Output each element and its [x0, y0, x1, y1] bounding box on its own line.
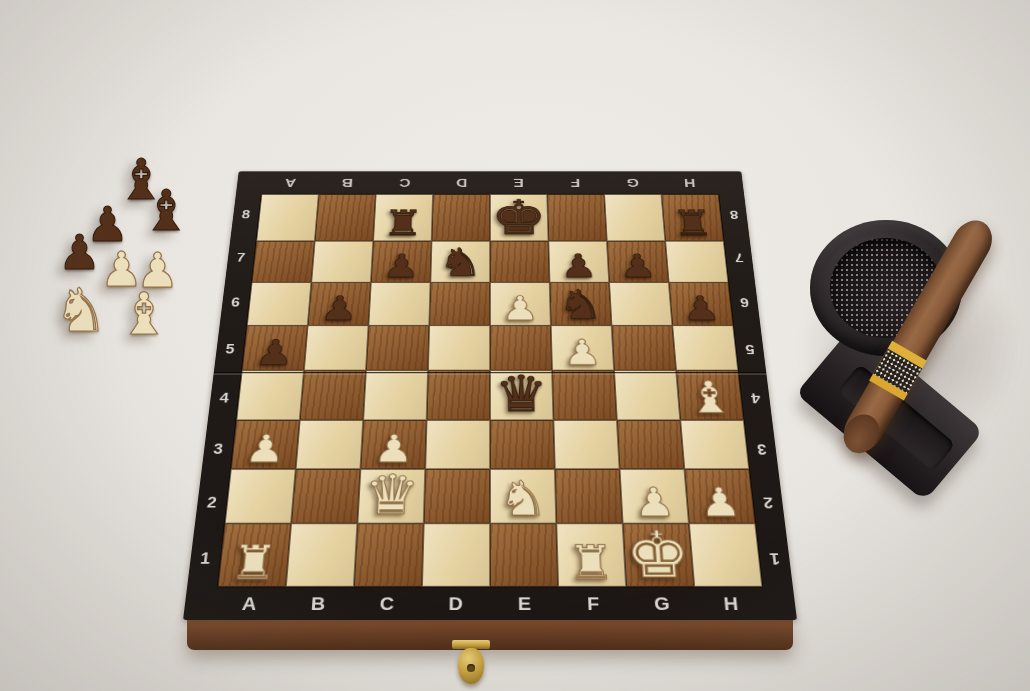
- square-d8: [432, 194, 490, 241]
- white-pawn-h2[interactable]: ♟: [698, 484, 743, 522]
- file-labels-bottom: ABCDEFGH: [213, 588, 767, 620]
- black-queen-e4[interactable]: ♛: [494, 371, 548, 418]
- file-label-top-a: A: [261, 171, 320, 193]
- white-pawn-c3[interactable]: ♟: [373, 431, 415, 467]
- square-f8: [547, 194, 607, 241]
- chess-board: ABCDEFGH ABCDEFGH 87654321 87654321 ♜♚♜♟…: [183, 171, 797, 620]
- board-fold-seam: [213, 372, 766, 375]
- rank-label-right-5: 5: [734, 325, 766, 373]
- square-a2: [225, 469, 296, 523]
- square-h1: [689, 523, 762, 586]
- file-label-top-d: D: [433, 171, 490, 193]
- black-pawn-g7[interactable]: ♟: [618, 251, 657, 282]
- square-c6: [368, 283, 430, 326]
- square-c3: ♟: [360, 420, 426, 469]
- square-h3: [680, 420, 749, 469]
- board-frame: ABCDEFGH ABCDEFGH 87654321 87654321 ♜♚♜♟…: [183, 171, 797, 620]
- square-g6: [609, 283, 672, 326]
- black-knight-d7[interactable]: ♞: [438, 244, 483, 281]
- file-label-top-h: H: [660, 171, 719, 193]
- black-king-e8[interactable]: ♚: [491, 195, 547, 240]
- white-queen-c2[interactable]: ♛: [362, 470, 420, 522]
- square-c7: ♟: [371, 241, 432, 282]
- file-label-bottom-f: F: [558, 588, 628, 620]
- white-pawn-a3[interactable]: ♟: [243, 431, 287, 467]
- square-d2: [424, 469, 490, 523]
- square-e8: ♚: [490, 194, 548, 241]
- square-g7: ♟: [607, 241, 669, 282]
- square-d7: ♞: [430, 241, 490, 282]
- file-label-bottom-a: A: [213, 588, 285, 620]
- square-e6: ♟: [490, 283, 551, 326]
- file-labels-top: ABCDEFGH: [261, 171, 719, 193]
- black-pawn-f7[interactable]: ♟: [560, 251, 598, 282]
- black-rook-h8[interactable]: ♜: [671, 207, 715, 240]
- square-d4: [427, 371, 490, 421]
- square-g3: [617, 420, 685, 469]
- captured-black-bishop[interactable]: ♝: [141, 183, 191, 239]
- square-d6: [429, 283, 490, 326]
- file-label-bottom-h: H: [695, 588, 767, 620]
- square-f1: ♜: [556, 523, 626, 586]
- black-pawn-c7[interactable]: ♟: [382, 251, 420, 282]
- square-h8: ♜: [661, 194, 723, 241]
- square-b6: ♟: [308, 283, 371, 326]
- square-g1: ♚: [623, 523, 695, 586]
- file-label-top-f: F: [547, 171, 605, 193]
- square-g5: [612, 326, 677, 371]
- captured-white-bishop[interactable]: ♝: [118, 285, 170, 343]
- square-e5: [490, 326, 552, 371]
- square-e7: [490, 241, 550, 282]
- square-d5: [428, 326, 490, 371]
- square-a5: ♟: [242, 326, 308, 371]
- captured-white-knight[interactable]: ♞: [54, 280, 108, 340]
- square-g4: [614, 371, 680, 421]
- square-b5: [304, 326, 369, 371]
- brass-clasp: [450, 640, 492, 691]
- square-a8: [256, 194, 318, 241]
- square-c1: [354, 523, 424, 586]
- square-b2: [291, 469, 360, 523]
- square-e2: ♞: [490, 469, 556, 523]
- file-label-top-b: B: [318, 171, 377, 193]
- board-grid: ♜♚♜♟♞♟♟♟♟♞♟♟♟♛♝♟♟♛♞♟♟♜♜♚: [217, 194, 764, 588]
- file-label-top-g: G: [603, 171, 662, 193]
- black-pawn-a5[interactable]: ♟: [254, 336, 296, 369]
- square-a4: [236, 371, 304, 421]
- square-a3: ♟: [231, 420, 300, 469]
- square-b8: [315, 194, 376, 241]
- square-g2: ♟: [620, 469, 689, 523]
- square-h2: ♟: [684, 469, 755, 523]
- file-label-top-c: C: [375, 171, 433, 193]
- square-g8: [604, 194, 665, 241]
- captured-pieces-tray: ♝♝♟♟♟♟♞♝: [0, 0, 220, 380]
- white-pawn-f5[interactable]: ♟: [563, 336, 603, 369]
- white-king-g1[interactable]: ♚: [624, 524, 693, 585]
- square-h5: [672, 326, 738, 371]
- white-pawn-g2[interactable]: ♟: [633, 484, 677, 522]
- square-a1: ♜: [218, 523, 291, 586]
- square-c4: [363, 371, 428, 421]
- black-pawn-h6[interactable]: ♟: [681, 292, 722, 324]
- square-f3: [553, 420, 619, 469]
- square-e4: ♛: [490, 371, 553, 421]
- black-rook-c8[interactable]: ♜: [382, 207, 424, 240]
- rank-label-right-8: 8: [719, 194, 749, 236]
- white-rook-f1[interactable]: ♜: [567, 540, 616, 585]
- file-label-bottom-d: D: [421, 588, 490, 620]
- square-f5: ♟: [551, 326, 614, 371]
- square-e3: [490, 420, 555, 469]
- square-b3: [296, 420, 364, 469]
- white-knight-e2[interactable]: ♞: [498, 476, 548, 522]
- square-c2: ♛: [357, 469, 425, 523]
- white-rook-a1[interactable]: ♜: [228, 540, 280, 585]
- square-c8: ♜: [373, 194, 433, 241]
- white-pawn-e6[interactable]: ♟: [501, 292, 539, 324]
- scene: ♝♝♟♟♟♟♞♝ ABCDEFGH ABCDEFGH 87654321 8765…: [0, 0, 1030, 691]
- square-c5: [366, 326, 429, 371]
- square-b4: [300, 371, 366, 421]
- rank-label-right-3: 3: [745, 423, 779, 475]
- clasp-pendant: [458, 648, 484, 684]
- square-a7: [252, 241, 315, 282]
- black-pawn-b6[interactable]: ♟: [319, 292, 359, 324]
- file-label-bottom-e: E: [490, 588, 559, 620]
- square-b1: [286, 523, 358, 586]
- square-h7: [665, 241, 728, 282]
- rank-label-right-7: 7: [724, 236, 755, 280]
- square-f4: [552, 371, 617, 421]
- file-label-bottom-g: G: [627, 588, 698, 620]
- square-f6: ♞: [550, 283, 612, 326]
- square-e1: [490, 523, 558, 586]
- square-d1: [422, 523, 490, 586]
- square-h4: ♝: [676, 371, 744, 421]
- square-a6: [247, 283, 311, 326]
- square-f2: [555, 469, 623, 523]
- square-f7: ♟: [548, 241, 609, 282]
- file-label-bottom-c: C: [352, 588, 422, 620]
- captured-black-pawn[interactable]: ♟: [58, 228, 101, 276]
- square-b7: [311, 241, 373, 282]
- black-knight-f6[interactable]: ♞: [557, 286, 604, 324]
- white-bishop-h4[interactable]: ♝: [684, 377, 735, 419]
- file-label-bottom-b: B: [282, 588, 353, 620]
- rank-label-right-4: 4: [739, 373, 772, 423]
- square-d3: [425, 420, 490, 469]
- rank-label-right-6: 6: [729, 280, 761, 326]
- square-h6: ♟: [669, 283, 733, 326]
